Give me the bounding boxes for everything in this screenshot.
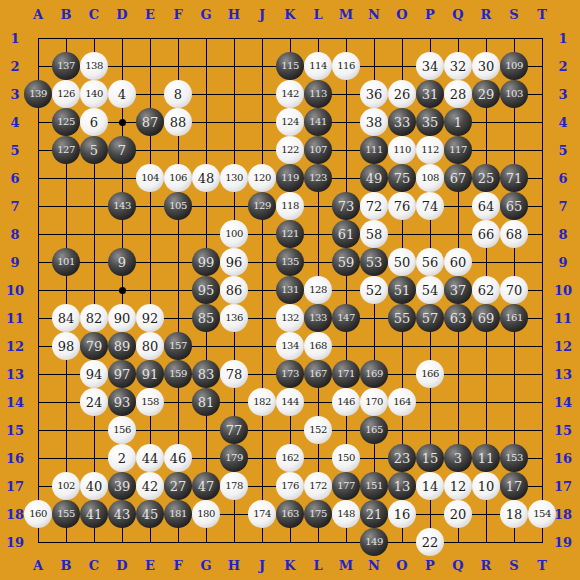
coord-label-left-19: 19 — [6, 536, 24, 549]
stone-white-154-T18[interactable]: 154 — [528, 500, 556, 528]
coord-label-left-12: 12 — [6, 340, 24, 353]
stone-white-74-P7[interactable]: 74 — [416, 192, 444, 220]
coord-label-top-A: A — [33, 8, 43, 21]
stone-move-number: 137 — [57, 61, 75, 71]
stone-white-180-G18[interactable]: 180 — [192, 500, 220, 528]
coord-label-bottom-P: P — [425, 559, 435, 572]
stone-white-114-L2[interactable]: 114 — [304, 52, 332, 80]
stone-white-126-B3[interactable]: 126 — [52, 80, 80, 108]
stone-move-number: 107 — [309, 145, 327, 155]
stone-black-89-D12[interactable]: 89 — [108, 332, 136, 360]
stone-white-16-O18[interactable]: 16 — [388, 500, 416, 528]
stone-white-122-K5[interactable]: 122 — [276, 136, 304, 164]
stone-white-6-C4[interactable]: 6 — [80, 108, 108, 136]
coord-label-top-G: G — [200, 8, 211, 21]
stone-black-127-B5[interactable]: 127 — [52, 136, 80, 164]
stone-move-number: 70 — [506, 284, 523, 297]
stone-white-62-R10[interactable]: 62 — [472, 276, 500, 304]
stone-move-number: 74 — [422, 200, 439, 213]
stone-move-number: 132 — [281, 313, 299, 323]
stone-white-52-N10[interactable]: 52 — [360, 276, 388, 304]
stone-white-30-R2[interactable]: 30 — [472, 52, 500, 80]
stone-white-42-E17[interactable]: 42 — [136, 472, 164, 500]
stone-white-112-P5[interactable]: 112 — [416, 136, 444, 164]
stone-white-92-E11[interactable]: 92 — [136, 304, 164, 332]
stone-move-number: 23 — [394, 452, 411, 465]
stone-black-73-M7[interactable]: 73 — [332, 192, 360, 220]
stone-move-number: 98 — [58, 340, 75, 353]
stone-black-147-M11[interactable]: 147 — [332, 304, 360, 332]
stone-white-22-P19[interactable]: 22 — [416, 528, 444, 556]
stone-black-93-D14[interactable]: 93 — [108, 388, 136, 416]
stone-black-71-S6[interactable]: 71 — [500, 164, 528, 192]
stone-black-121-K8[interactable]: 121 — [276, 220, 304, 248]
stone-black-31-P3[interactable]: 31 — [416, 80, 444, 108]
stone-white-90-D11[interactable]: 90 — [108, 304, 136, 332]
stone-move-number: 20 — [450, 508, 467, 521]
stone-white-46-F16[interactable]: 46 — [164, 444, 192, 472]
stone-move-number: 67 — [450, 172, 467, 185]
stone-move-number: 129 — [253, 201, 271, 211]
stone-black-27-F17[interactable]: 27 — [164, 472, 192, 500]
stone-white-120-J6[interactable]: 120 — [248, 164, 276, 192]
stone-move-number: 121 — [281, 229, 299, 239]
stone-black-111-N5[interactable]: 111 — [360, 136, 388, 164]
stone-move-number: 130 — [225, 173, 243, 183]
stone-white-158-E14[interactable]: 158 — [136, 388, 164, 416]
coord-label-right-2: 2 — [558, 60, 567, 73]
stone-black-101-B9[interactable]: 101 — [52, 248, 80, 276]
stone-white-136-H11[interactable]: 136 — [220, 304, 248, 332]
coord-label-bottom-F: F — [173, 559, 182, 572]
stone-white-108-P6[interactable]: 108 — [416, 164, 444, 192]
stone-move-number: 151 — [365, 481, 383, 491]
stone-move-number: 92 — [142, 312, 159, 325]
stone-white-168-L12[interactable]: 168 — [304, 332, 332, 360]
stone-black-85-G11[interactable]: 85 — [192, 304, 220, 332]
stone-white-14-P17[interactable]: 14 — [416, 472, 444, 500]
stone-black-133-L11[interactable]: 133 — [304, 304, 332, 332]
stone-white-164-O14[interactable]: 164 — [388, 388, 416, 416]
stone-white-24-C14[interactable]: 24 — [80, 388, 108, 416]
stone-move-number: 84 — [58, 312, 75, 325]
stone-move-number: 167 — [309, 369, 327, 379]
stone-black-55-O11[interactable]: 55 — [388, 304, 416, 332]
stone-black-39-D17[interactable]: 39 — [108, 472, 136, 500]
stone-black-161-S11[interactable]: 161 — [500, 304, 528, 332]
stone-white-174-J18[interactable]: 174 — [248, 500, 276, 528]
coord-label-top-O: O — [396, 8, 407, 21]
stone-white-58-N8[interactable]: 58 — [360, 220, 388, 248]
stone-black-13-O17[interactable]: 13 — [388, 472, 416, 500]
stone-move-number: 93 — [114, 396, 131, 409]
stone-white-2-D16[interactable]: 2 — [108, 444, 136, 472]
stone-black-123-L6[interactable]: 123 — [304, 164, 332, 192]
stone-white-150-M16[interactable]: 150 — [332, 444, 360, 472]
stone-move-number: 110 — [393, 145, 411, 155]
stone-move-number: 8 — [174, 88, 182, 101]
stone-black-53-N9[interactable]: 53 — [360, 248, 388, 276]
stone-black-99-G9[interactable]: 99 — [192, 248, 220, 276]
coord-label-right-12: 12 — [554, 340, 572, 353]
stone-white-148-M18[interactable]: 148 — [332, 500, 360, 528]
stone-white-44-E16[interactable]: 44 — [136, 444, 164, 472]
stone-black-165-N15[interactable]: 165 — [360, 416, 388, 444]
stone-black-29-R3[interactable]: 29 — [472, 80, 500, 108]
stone-move-number: 61 — [338, 228, 355, 241]
stone-black-173-K13[interactable]: 173 — [276, 360, 304, 388]
stone-white-178-H17[interactable]: 178 — [220, 472, 248, 500]
stone-white-152-L15[interactable]: 152 — [304, 416, 332, 444]
stone-white-64-R7[interactable]: 64 — [472, 192, 500, 220]
stone-white-156-D15[interactable]: 156 — [108, 416, 136, 444]
stone-move-number: 3 — [454, 452, 462, 465]
stone-white-116-M2[interactable]: 116 — [332, 52, 360, 80]
stone-move-number: 63 — [450, 312, 467, 325]
stone-white-28-Q3[interactable]: 28 — [444, 80, 472, 108]
stone-black-151-N17[interactable]: 151 — [360, 472, 388, 500]
stone-black-23-O16[interactable]: 23 — [388, 444, 416, 472]
stone-white-70-S10[interactable]: 70 — [500, 276, 528, 304]
stone-white-86-H10[interactable]: 86 — [220, 276, 248, 304]
stone-black-139-A3[interactable]: 139 — [24, 80, 52, 108]
coord-label-top-M: M — [339, 8, 353, 21]
stone-black-177-M17[interactable]: 177 — [332, 472, 360, 500]
coord-label-right-15: 15 — [554, 424, 572, 437]
stone-move-number: 39 — [114, 480, 131, 493]
stone-move-number: 109 — [505, 61, 523, 71]
stone-black-181-F18[interactable]: 181 — [164, 500, 192, 528]
stone-move-number: 30 — [478, 60, 495, 73]
stone-move-number: 7 — [118, 144, 126, 157]
stone-black-117-Q5[interactable]: 117 — [444, 136, 472, 164]
coord-label-left-15: 15 — [6, 424, 24, 437]
stone-move-number: 56 — [422, 256, 439, 269]
stone-black-175-L18[interactable]: 175 — [304, 500, 332, 528]
coord-label-left-5: 5 — [10, 144, 19, 157]
stone-move-number: 114 — [309, 61, 327, 71]
stone-move-number: 76 — [394, 200, 411, 213]
stone-black-11-R16[interactable]: 11 — [472, 444, 500, 472]
stone-move-number: 69 — [478, 312, 495, 325]
stone-black-169-N13[interactable]: 169 — [360, 360, 388, 388]
coord-label-right-4: 4 — [558, 116, 567, 129]
stone-white-176-K17[interactable]: 176 — [276, 472, 304, 500]
stone-black-15-P16[interactable]: 15 — [416, 444, 444, 472]
stone-black-87-E4[interactable]: 87 — [136, 108, 164, 136]
stone-white-138-C2[interactable]: 138 — [80, 52, 108, 80]
stone-move-number: 25 — [478, 172, 495, 185]
stone-move-number: 103 — [505, 89, 523, 99]
stone-move-number: 174 — [253, 509, 271, 519]
stone-white-66-R8[interactable]: 66 — [472, 220, 500, 248]
coord-label-top-J: J — [259, 8, 265, 21]
stone-black-135-K9[interactable]: 135 — [276, 248, 304, 276]
coord-label-bottom-L: L — [313, 559, 322, 572]
stone-black-49-N6[interactable]: 49 — [360, 164, 388, 192]
coord-label-bottom-S: S — [509, 559, 518, 572]
stone-white-170-N14[interactable]: 170 — [360, 388, 388, 416]
go-diagram: AABBCCDDEEFFGGHHJJKKLLMMNNOOPPQQRRSSTT11… — [0, 0, 580, 580]
stone-black-75-O6[interactable]: 75 — [388, 164, 416, 192]
stone-move-number: 18 — [506, 508, 523, 521]
stone-white-100-H8[interactable]: 100 — [220, 220, 248, 248]
stone-move-number: 177 — [337, 481, 355, 491]
stone-black-9-D9[interactable]: 9 — [108, 248, 136, 276]
stone-black-81-G14[interactable]: 81 — [192, 388, 220, 416]
stone-white-50-O9[interactable]: 50 — [388, 248, 416, 276]
stone-white-18-S18[interactable]: 18 — [500, 500, 528, 528]
stone-white-110-O5[interactable]: 110 — [388, 136, 416, 164]
stone-white-134-K12[interactable]: 134 — [276, 332, 304, 360]
stone-move-number: 143 — [113, 201, 131, 211]
stone-move-number: 26 — [394, 88, 411, 101]
stone-black-103-S3[interactable]: 103 — [500, 80, 528, 108]
stone-move-number: 102 — [57, 481, 75, 491]
stone-move-number: 27 — [170, 480, 187, 493]
stone-black-41-C18[interactable]: 41 — [80, 500, 108, 528]
stone-black-159-F13[interactable]: 159 — [164, 360, 192, 388]
coord-label-left-9: 9 — [10, 256, 19, 269]
stone-black-77-H15[interactable]: 77 — [220, 416, 248, 444]
stone-move-number: 115 — [281, 61, 299, 71]
stone-black-153-S16[interactable]: 153 — [500, 444, 528, 472]
stone-white-160-A18[interactable]: 160 — [24, 500, 52, 528]
stone-black-91-E13[interactable]: 91 — [136, 360, 164, 388]
stone-move-number: 66 — [478, 228, 495, 241]
stone-black-83-G13[interactable]: 83 — [192, 360, 220, 388]
stone-white-144-K14[interactable]: 144 — [276, 388, 304, 416]
stone-white-82-C11[interactable]: 82 — [80, 304, 108, 332]
stone-black-35-P4[interactable]: 35 — [416, 108, 444, 136]
stone-move-number: 12 — [450, 480, 467, 493]
stone-black-129-J7[interactable]: 129 — [248, 192, 276, 220]
stone-move-number: 169 — [365, 369, 383, 379]
coord-label-left-10: 10 — [6, 284, 24, 297]
stone-white-54-P10[interactable]: 54 — [416, 276, 444, 304]
stone-move-number: 113 — [309, 89, 327, 99]
stone-white-68-S8[interactable]: 68 — [500, 220, 528, 248]
stone-move-number: 182 — [253, 397, 271, 407]
stone-white-20-Q18[interactable]: 20 — [444, 500, 472, 528]
stone-move-number: 135 — [281, 257, 299, 267]
stone-black-131-K10[interactable]: 131 — [276, 276, 304, 304]
stone-move-number: 78 — [226, 368, 243, 381]
stone-move-number: 37 — [450, 284, 467, 297]
coord-label-bottom-K: K — [284, 559, 295, 572]
stone-white-40-C17[interactable]: 40 — [80, 472, 108, 500]
stone-white-140-C3[interactable]: 140 — [80, 80, 108, 108]
coord-label-top-T: T — [537, 8, 547, 21]
stone-white-72-N7[interactable]: 72 — [360, 192, 388, 220]
stone-white-142-K3[interactable]: 142 — [276, 80, 304, 108]
stone-white-124-K4[interactable]: 124 — [276, 108, 304, 136]
stone-white-36-N3[interactable]: 36 — [360, 80, 388, 108]
coord-label-left-6: 6 — [10, 172, 19, 185]
stone-black-137-B2[interactable]: 137 — [52, 52, 80, 80]
stone-black-45-E18[interactable]: 45 — [136, 500, 164, 528]
stone-white-94-C13[interactable]: 94 — [80, 360, 108, 388]
stone-move-number: 33 — [394, 116, 411, 129]
stone-white-8-F3[interactable]: 8 — [164, 80, 192, 108]
stone-black-33-O4[interactable]: 33 — [388, 108, 416, 136]
coord-label-bottom-G: G — [200, 559, 211, 572]
stone-move-number: 91 — [142, 368, 159, 381]
star-point-D4 — [119, 119, 126, 126]
stone-white-128-L10[interactable]: 128 — [304, 276, 332, 304]
stone-black-5-C5[interactable]: 5 — [80, 136, 108, 164]
stone-black-163-K18[interactable]: 163 — [276, 500, 304, 528]
stone-move-number: 181 — [169, 509, 187, 519]
stone-move-number: 47 — [198, 480, 215, 493]
stone-black-107-L5[interactable]: 107 — [304, 136, 332, 164]
stone-white-34-P2[interactable]: 34 — [416, 52, 444, 80]
stone-black-51-O10[interactable]: 51 — [388, 276, 416, 304]
stone-white-56-P9[interactable]: 56 — [416, 248, 444, 276]
stone-white-172-L17[interactable]: 172 — [304, 472, 332, 500]
stone-white-106-F6[interactable]: 106 — [164, 164, 192, 192]
stone-white-4-D3[interactable]: 4 — [108, 80, 136, 108]
stone-black-1-Q4[interactable]: 1 — [444, 108, 472, 136]
stone-move-number: 15 — [422, 452, 439, 465]
stone-white-130-H6[interactable]: 130 — [220, 164, 248, 192]
stone-move-number: 58 — [366, 228, 383, 241]
stone-move-number: 14 — [422, 480, 439, 493]
stone-black-113-L3[interactable]: 113 — [304, 80, 332, 108]
stone-move-number: 57 — [422, 312, 439, 325]
stone-black-59-M9[interactable]: 59 — [332, 248, 360, 276]
stone-white-12-Q17[interactable]: 12 — [444, 472, 472, 500]
stone-black-57-P11[interactable]: 57 — [416, 304, 444, 332]
coord-label-left-8: 8 — [10, 228, 19, 241]
coord-label-left-11: 11 — [6, 312, 24, 325]
stone-move-number: 162 — [281, 453, 299, 463]
stone-black-97-D13[interactable]: 97 — [108, 360, 136, 388]
coord-label-left-16: 16 — [6, 452, 24, 465]
stone-move-number: 179 — [225, 453, 243, 463]
stone-move-number: 31 — [422, 88, 439, 101]
stone-white-32-Q2[interactable]: 32 — [444, 52, 472, 80]
stone-black-25-R6[interactable]: 25 — [472, 164, 500, 192]
stone-move-number: 123 — [309, 173, 327, 183]
stone-black-61-M8[interactable]: 61 — [332, 220, 360, 248]
stone-black-43-D18[interactable]: 43 — [108, 500, 136, 528]
stone-move-number: 71 — [506, 172, 523, 185]
stone-white-26-O3[interactable]: 26 — [388, 80, 416, 108]
stone-move-number: 149 — [365, 537, 383, 547]
stone-black-37-Q10[interactable]: 37 — [444, 276, 472, 304]
stone-white-182-J14[interactable]: 182 — [248, 388, 276, 416]
stone-white-166-P13[interactable]: 166 — [416, 360, 444, 388]
coord-label-left-14: 14 — [6, 396, 24, 409]
stone-black-105-F7[interactable]: 105 — [164, 192, 192, 220]
stone-white-132-K11[interactable]: 132 — [276, 304, 304, 332]
stone-move-number: 170 — [365, 397, 383, 407]
stone-white-76-O7[interactable]: 76 — [388, 192, 416, 220]
stone-white-98-B12[interactable]: 98 — [52, 332, 80, 360]
stone-black-69-R11[interactable]: 69 — [472, 304, 500, 332]
coord-label-top-S: S — [509, 8, 518, 21]
coord-label-right-11: 11 — [554, 312, 572, 325]
stone-white-84-B11[interactable]: 84 — [52, 304, 80, 332]
coord-label-right-1: 1 — [558, 32, 567, 45]
stone-black-95-G10[interactable]: 95 — [192, 276, 220, 304]
stone-move-number: 140 — [85, 89, 103, 99]
stone-white-78-H13[interactable]: 78 — [220, 360, 248, 388]
coord-label-left-18: 18 — [6, 508, 24, 521]
stone-black-125-B4[interactable]: 125 — [52, 108, 80, 136]
stone-move-number: 95 — [198, 284, 215, 297]
stone-black-149-N19[interactable]: 149 — [360, 528, 388, 556]
stone-black-47-G17[interactable]: 47 — [192, 472, 220, 500]
coord-label-bottom-Q: Q — [452, 559, 463, 572]
stone-white-60-Q9[interactable]: 60 — [444, 248, 472, 276]
stone-move-number: 9 — [118, 256, 126, 269]
stone-move-number: 82 — [86, 312, 103, 325]
stone-white-38-N4[interactable]: 38 — [360, 108, 388, 136]
coord-label-right-8: 8 — [558, 228, 567, 241]
stone-move-number: 86 — [226, 284, 243, 297]
stone-white-88-F4[interactable]: 88 — [164, 108, 192, 136]
stone-black-109-S2[interactable]: 109 — [500, 52, 528, 80]
stone-move-number: 157 — [169, 341, 187, 351]
stone-black-7-D5[interactable]: 7 — [108, 136, 136, 164]
stone-black-157-F12[interactable]: 157 — [164, 332, 192, 360]
stone-black-179-H16[interactable]: 179 — [220, 444, 248, 472]
stone-white-10-R17[interactable]: 10 — [472, 472, 500, 500]
coord-label-left-7: 7 — [10, 200, 19, 213]
stone-black-67-Q6[interactable]: 67 — [444, 164, 472, 192]
stone-black-167-L13[interactable]: 167 — [304, 360, 332, 388]
stone-white-80-E12[interactable]: 80 — [136, 332, 164, 360]
stone-black-141-L4[interactable]: 141 — [304, 108, 332, 136]
stone-move-number: 43 — [114, 508, 131, 521]
stone-move-number: 120 — [253, 173, 271, 183]
stone-move-number: 48 — [198, 172, 215, 185]
stone-white-118-K7[interactable]: 118 — [276, 192, 304, 220]
stone-move-number: 41 — [86, 508, 103, 521]
stone-move-number: 147 — [337, 313, 355, 323]
stone-white-96-H9[interactable]: 96 — [220, 248, 248, 276]
stone-white-104-E6[interactable]: 104 — [136, 164, 164, 192]
stone-black-115-K2[interactable]: 115 — [276, 52, 304, 80]
stone-black-3-Q16[interactable]: 3 — [444, 444, 472, 472]
stone-move-number: 32 — [450, 60, 467, 73]
stone-black-65-S7[interactable]: 65 — [500, 192, 528, 220]
stone-black-143-D7[interactable]: 143 — [108, 192, 136, 220]
stone-black-63-Q11[interactable]: 63 — [444, 304, 472, 332]
stone-move-number: 24 — [86, 396, 103, 409]
stone-black-171-M13[interactable]: 171 — [332, 360, 360, 388]
stone-move-number: 171 — [337, 369, 355, 379]
stone-black-79-C12[interactable]: 79 — [80, 332, 108, 360]
stone-move-number: 85 — [198, 312, 215, 325]
coord-label-left-1: 1 — [10, 32, 19, 45]
stone-move-number: 89 — [114, 340, 131, 353]
stone-white-48-G6[interactable]: 48 — [192, 164, 220, 192]
stone-black-17-S17[interactable]: 17 — [500, 472, 528, 500]
stone-move-number: 46 — [170, 452, 187, 465]
stone-move-number: 77 — [226, 424, 243, 437]
stone-black-21-N18[interactable]: 21 — [360, 500, 388, 528]
stone-black-155-B18[interactable]: 155 — [52, 500, 80, 528]
stone-white-102-B17[interactable]: 102 — [52, 472, 80, 500]
stone-black-119-K6[interactable]: 119 — [276, 164, 304, 192]
stone-move-number: 150 — [337, 453, 355, 463]
coord-label-bottom-O: O — [396, 559, 407, 572]
stone-white-146-M14[interactable]: 146 — [332, 388, 360, 416]
stone-white-162-K16[interactable]: 162 — [276, 444, 304, 472]
